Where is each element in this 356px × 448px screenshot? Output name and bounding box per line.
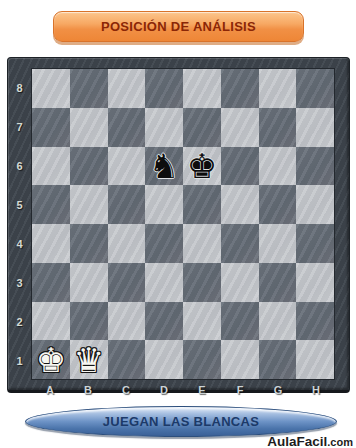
square-b5 (70, 185, 108, 224)
square-g3 (259, 263, 297, 302)
square-a8 (32, 69, 70, 108)
rank-label-2: 2 (8, 302, 31, 341)
square-d5 (145, 185, 183, 224)
file-label-a: A (31, 380, 69, 400)
square-e7 (183, 108, 221, 147)
square-a5 (32, 185, 70, 224)
rank-label-4: 4 (8, 224, 31, 263)
file-label-b: B (69, 380, 107, 400)
black-knight: ♞ (149, 149, 179, 183)
white-queen: ♛ (73, 343, 103, 377)
square-a1: ♚ (32, 340, 70, 379)
square-a2 (32, 302, 70, 341)
file-label-c: C (107, 380, 145, 400)
page: POSICIÓN DE ANÁLISIS 87654321 ♞♚♚♛ ABCDE… (0, 0, 356, 448)
turn-banner-label: JUEGAN LAS BLANCAS (103, 414, 259, 429)
square-e4 (183, 224, 221, 263)
watermark-name: AulaFacil (267, 434, 327, 448)
square-f3 (221, 263, 259, 302)
square-a6 (32, 147, 70, 186)
file-labels: ABCDEFGH (31, 380, 335, 400)
square-g6 (259, 147, 297, 186)
rank-label-3: 3 (8, 263, 31, 302)
square-e5 (183, 185, 221, 224)
square-a3 (32, 263, 70, 302)
square-b3 (70, 263, 108, 302)
square-f6 (221, 147, 259, 186)
black-king: ♚ (187, 149, 217, 183)
analysis-banner[interactable]: POSICIÓN DE ANÁLISIS (53, 11, 304, 42)
square-c2 (108, 302, 146, 341)
rank-label-6: 6 (8, 146, 31, 185)
square-b2 (70, 302, 108, 341)
rank-labels: 87654321 (8, 68, 31, 380)
square-g7 (259, 108, 297, 147)
square-b1: ♛ (70, 340, 108, 379)
square-g1 (259, 340, 297, 379)
white-king: ♚ (36, 343, 66, 377)
chess-board: 87654321 ♞♚♚♛ ABCDEFGH (7, 57, 350, 393)
square-c3 (108, 263, 146, 302)
square-d8 (145, 69, 183, 108)
file-label-d: D (145, 380, 183, 400)
square-c5 (108, 185, 146, 224)
square-c8 (108, 69, 146, 108)
square-g5 (259, 185, 297, 224)
square-f2 (221, 302, 259, 341)
file-label-g: G (259, 380, 297, 400)
square-d1 (145, 340, 183, 379)
square-b6 (70, 147, 108, 186)
square-a4 (32, 224, 70, 263)
board-grid: ♞♚♚♛ (31, 68, 335, 380)
square-c1 (108, 340, 146, 379)
square-f4 (221, 224, 259, 263)
square-h3 (296, 263, 334, 302)
square-d2 (145, 302, 183, 341)
file-label-f: F (221, 380, 259, 400)
square-a7 (32, 108, 70, 147)
square-e8 (183, 69, 221, 108)
square-f1 (221, 340, 259, 379)
square-c4 (108, 224, 146, 263)
rank-label-1: 1 (8, 341, 31, 380)
square-e3 (183, 263, 221, 302)
square-d7 (145, 108, 183, 147)
square-h2 (296, 302, 334, 341)
square-c7 (108, 108, 146, 147)
square-h5 (296, 185, 334, 224)
watermark-tld: .com (327, 436, 353, 448)
square-b7 (70, 108, 108, 147)
watermark: AulaFacil.com (267, 432, 353, 448)
square-f7 (221, 108, 259, 147)
square-h8 (296, 69, 334, 108)
square-d3 (145, 263, 183, 302)
rank-label-5: 5 (8, 185, 31, 224)
square-f8 (221, 69, 259, 108)
square-g4 (259, 224, 297, 263)
analysis-banner-label: POSICIÓN DE ANÁLISIS (101, 19, 256, 34)
square-e6: ♚ (183, 147, 221, 186)
square-h7 (296, 108, 334, 147)
square-g8 (259, 69, 297, 108)
square-e2 (183, 302, 221, 341)
rank-label-8: 8 (8, 68, 31, 107)
square-e1 (183, 340, 221, 379)
square-f5 (221, 185, 259, 224)
square-h4 (296, 224, 334, 263)
square-d4 (145, 224, 183, 263)
rank-label-7: 7 (8, 107, 31, 146)
file-label-e: E (183, 380, 221, 400)
square-b4 (70, 224, 108, 263)
square-h1 (296, 340, 334, 379)
square-g2 (259, 302, 297, 341)
square-b8 (70, 69, 108, 108)
square-h6 (296, 147, 334, 186)
square-d6: ♞ (145, 147, 183, 186)
square-c6 (108, 147, 146, 186)
file-label-h: H (297, 380, 335, 400)
